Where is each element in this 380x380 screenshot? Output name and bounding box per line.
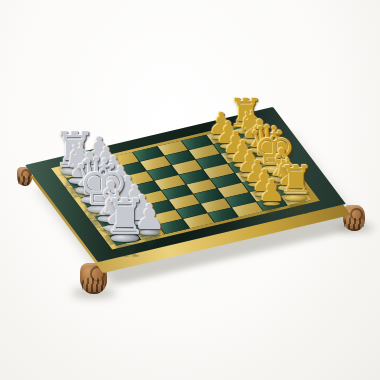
rook-glyph: ♜ <box>103 193 147 242</box>
chess-set-photo-scene: ♜♜♞♞♝♝♛♛♚♚♝♝♞♞♜♜♟♟♟♟♟♟♟♟♟♟♟♟♟♟♟♟♟♟♟♟♟♟♟♟… <box>0 0 380 380</box>
pieces-layer: ♜♜♞♞♝♝♛♛♚♚♝♝♞♞♜♜♟♟♟♟♟♟♟♟♟♟♟♟♟♟♟♟♟♟♟♟♟♟♟♟… <box>0 0 380 380</box>
pawn-glyph: ♟ <box>258 176 285 206</box>
